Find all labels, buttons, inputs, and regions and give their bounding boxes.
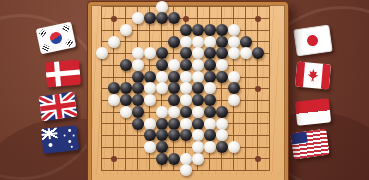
white-stone xyxy=(216,129,228,141)
black-stone xyxy=(192,94,204,106)
white-stone xyxy=(192,106,204,118)
star-point xyxy=(255,16,261,22)
black-stone xyxy=(216,106,228,118)
union-jack-canton xyxy=(41,127,58,140)
black-stone xyxy=(204,129,216,141)
black-stone xyxy=(180,24,192,36)
black-stone xyxy=(156,12,168,24)
white-stone xyxy=(228,36,240,48)
white-stone xyxy=(108,94,120,106)
white-stone xyxy=(144,94,156,106)
white-stone xyxy=(144,82,156,94)
white-stone xyxy=(192,129,204,141)
white-stone xyxy=(180,94,192,106)
black-stone xyxy=(216,24,228,36)
black-stone xyxy=(144,12,156,24)
black-stone xyxy=(192,82,204,94)
white-stone xyxy=(168,59,180,71)
black-stone xyxy=(204,24,216,36)
white-stone xyxy=(144,118,156,130)
black-stone xyxy=(132,71,144,83)
black-stone xyxy=(192,24,204,36)
white-stone xyxy=(120,24,132,36)
black-stone xyxy=(168,71,180,83)
black-stone xyxy=(120,82,132,94)
black-stone xyxy=(192,118,204,130)
white-stone xyxy=(156,71,168,83)
white-stone xyxy=(180,36,192,48)
black-stone xyxy=(204,106,216,118)
flag-australia xyxy=(41,125,79,154)
star-point xyxy=(183,16,189,22)
black-stone xyxy=(216,36,228,48)
white-stone xyxy=(132,12,144,24)
black-stone xyxy=(204,94,216,106)
white-stone xyxy=(228,24,240,36)
taegeuk-icon xyxy=(49,31,63,45)
black-stone xyxy=(120,94,132,106)
white-stone xyxy=(240,47,252,59)
black-stone xyxy=(180,129,192,141)
white-stone xyxy=(228,47,240,59)
black-stone xyxy=(216,71,228,83)
white-stone xyxy=(192,47,204,59)
promo-scene xyxy=(0,0,369,180)
black-stone xyxy=(132,94,144,106)
white-stone xyxy=(180,82,192,94)
white-stone xyxy=(216,118,228,130)
black-stone xyxy=(120,59,132,71)
white-stone xyxy=(204,141,216,153)
black-stone xyxy=(156,141,168,153)
white-stone xyxy=(192,36,204,48)
black-stone xyxy=(204,59,216,71)
go-board[interactable] xyxy=(88,2,288,180)
white-stone xyxy=(156,82,168,94)
black-stone xyxy=(156,59,168,71)
white-stone xyxy=(228,141,240,153)
white-stone xyxy=(204,36,216,48)
black-stone xyxy=(132,118,144,130)
flag-indonesia xyxy=(295,98,331,125)
black-stone xyxy=(168,82,180,94)
black-stone xyxy=(168,36,180,48)
board-grid xyxy=(91,5,279,175)
white-stone xyxy=(228,71,240,83)
star-point xyxy=(111,16,117,22)
white-stone xyxy=(228,94,240,106)
flag-canada xyxy=(295,62,331,90)
black-stone xyxy=(252,47,264,59)
flag-united-states xyxy=(290,129,329,160)
black-stone xyxy=(180,59,192,71)
black-stone xyxy=(168,153,180,165)
white-stone xyxy=(144,141,156,153)
black-stone xyxy=(108,82,120,94)
white-stone xyxy=(216,59,228,71)
white-stone xyxy=(192,59,204,71)
black-stone xyxy=(156,129,168,141)
white-stone xyxy=(156,1,168,13)
white-stone xyxy=(192,141,204,153)
white-stone xyxy=(192,153,204,165)
star-point xyxy=(255,86,261,92)
black-stone xyxy=(168,12,180,24)
black-stone xyxy=(132,106,144,118)
flag-japan xyxy=(293,25,332,57)
black-stone xyxy=(216,47,228,59)
black-stone xyxy=(144,129,156,141)
star-point xyxy=(255,156,261,162)
black-stone xyxy=(180,47,192,59)
black-stone xyxy=(132,82,144,94)
black-stone xyxy=(156,118,168,130)
black-stone xyxy=(156,47,168,59)
black-stone xyxy=(240,36,252,48)
black-stone xyxy=(180,106,192,118)
black-stone xyxy=(156,153,168,165)
white-stone xyxy=(204,82,216,94)
black-stone xyxy=(228,82,240,94)
white-stone xyxy=(180,153,192,165)
black-stone xyxy=(168,129,180,141)
white-stone xyxy=(180,118,192,130)
white-stone xyxy=(96,47,108,59)
maple-leaf-icon xyxy=(306,69,319,83)
star-point xyxy=(111,156,117,162)
black-stone xyxy=(168,118,180,130)
flag-denmark xyxy=(45,60,81,88)
white-stone xyxy=(192,71,204,83)
white-stone xyxy=(156,106,168,118)
white-stone xyxy=(132,59,144,71)
white-stone xyxy=(180,71,192,83)
sun-disc-icon xyxy=(306,34,318,46)
white-stone xyxy=(132,47,144,59)
black-stone xyxy=(204,71,216,83)
white-stone xyxy=(144,47,156,59)
white-stone xyxy=(120,106,132,118)
black-stone xyxy=(216,141,228,153)
black-stone xyxy=(144,71,156,83)
white-stone xyxy=(180,164,192,176)
us-canton xyxy=(290,131,307,144)
black-stone xyxy=(204,47,216,59)
black-stone xyxy=(168,94,180,106)
white-stone xyxy=(108,36,120,48)
flag-united-kingdom xyxy=(38,92,77,122)
white-stone xyxy=(204,118,216,130)
white-stone xyxy=(168,106,180,118)
